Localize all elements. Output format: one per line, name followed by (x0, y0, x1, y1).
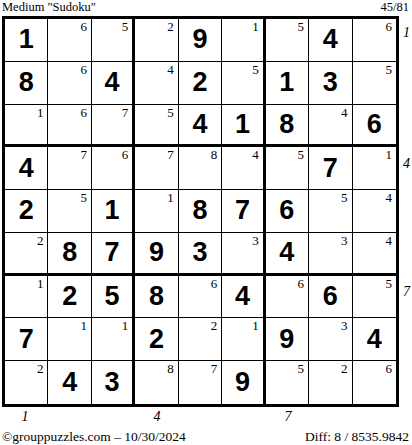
cell-r3c5[interactable]: 4 (179, 105, 222, 148)
difficulty-rating: Diff: 8 / 8535.9842 (305, 429, 409, 445)
given-digit: 8 (5, 62, 47, 104)
pencil-mark: 7 (167, 148, 174, 161)
given-digit: 2 (135, 318, 177, 360)
cell-r6c2[interactable]: 8 (48, 233, 91, 276)
cell-r6c9[interactable]: 4 (353, 233, 396, 276)
remaining-counter: 45/81 (381, 0, 409, 15)
given-digit: 7 (92, 233, 132, 273)
cell-r6c5[interactable]: 3 (179, 233, 222, 276)
cell-r9c8[interactable]: 2 (309, 361, 352, 404)
pencil-mark: 6 (385, 20, 392, 33)
pencil-mark: 2 (211, 319, 218, 332)
cell-r7c3[interactable]: 5 (92, 276, 135, 319)
cell-r2c5[interactable]: 2 (179, 62, 222, 105)
cell-r5c3[interactable]: 1 (92, 190, 135, 233)
pencil-mark: 3 (341, 319, 348, 332)
cell-r2c2[interactable]: 6 (48, 62, 91, 105)
cell-r3c7[interactable]: 8 (266, 105, 309, 148)
cell-r7c8[interactable]: 6 (309, 276, 352, 319)
cell-r4c5[interactable]: 8 (179, 147, 222, 190)
cell-r4c3[interactable]: 6 (92, 147, 135, 190)
given-digit: 1 (222, 105, 262, 145)
pencil-mark: 8 (167, 362, 174, 375)
pencil-mark: 1 (385, 148, 392, 161)
cell-r3c3[interactable]: 7 (92, 105, 135, 148)
pencil-mark: 3 (252, 234, 259, 247)
cell-r2c9[interactable]: 5 (353, 62, 396, 105)
pencil-mark: 5 (341, 191, 348, 204)
cell-r9c4[interactable]: 8 (135, 361, 178, 404)
cell-r3c9[interactable]: 6 (353, 105, 396, 148)
pencil-mark: 8 (211, 148, 218, 161)
pencil-mark: 5 (167, 106, 174, 119)
pencil-mark: 6 (385, 362, 392, 375)
cell-r9c5[interactable]: 7 (179, 361, 222, 404)
cell-r2c8[interactable]: 3 (309, 62, 352, 105)
pencil-mark: 6 (80, 106, 87, 119)
given-digit: 4 (222, 276, 262, 318)
cell-r7c5[interactable]: 6 (179, 276, 222, 319)
cell-r2c7[interactable]: 1 (266, 62, 309, 105)
pencil-mark: 6 (211, 277, 218, 290)
pencil-mark: 2 (37, 234, 44, 247)
pencil-mark: 1 (252, 20, 259, 33)
cell-r5c1[interactable]: 2 (5, 190, 48, 233)
given-digit: 9 (179, 19, 221, 61)
cell-r5c6[interactable]: 7 (222, 190, 265, 233)
cell-r4c2[interactable]: 7 (48, 147, 91, 190)
pencil-mark: 1 (122, 319, 129, 332)
cell-r5c7[interactable]: 6 (266, 190, 309, 233)
row-label-1: 1 (403, 25, 412, 41)
row-label-7: 7 (403, 284, 412, 300)
cell-r5c5[interactable]: 8 (179, 190, 222, 233)
given-digit: 2 (179, 62, 221, 104)
given-digit: 3 (92, 361, 132, 404)
col-label-4: 4 (136, 409, 178, 425)
cell-r9c9[interactable]: 6 (353, 361, 396, 404)
cell-r7c1[interactable]: 1 (5, 276, 48, 319)
pencil-mark: 1 (252, 319, 259, 332)
cell-r1c8[interactable]: 4 (309, 19, 352, 62)
cell-r4c9[interactable]: 1 (353, 147, 396, 190)
cell-r8c8[interactable]: 3 (309, 318, 352, 361)
cell-r9c1[interactable]: 2 (5, 361, 48, 404)
cell-r1c2[interactable]: 6 (48, 19, 91, 62)
col-label-7: 7 (267, 409, 309, 425)
cell-r1c1[interactable]: 1 (5, 19, 48, 62)
pencil-mark: 2 (37, 362, 44, 375)
given-digit: 8 (135, 276, 177, 318)
given-digit: 9 (222, 361, 262, 404)
given-digit: 6 (266, 190, 308, 232)
cell-r4c7[interactable]: 5 (266, 147, 309, 190)
given-digit: 8 (266, 105, 308, 145)
cell-r5c9[interactable]: 4 (353, 190, 396, 233)
given-digit: 4 (179, 105, 221, 145)
given-digit: 8 (179, 190, 221, 232)
pencil-mark: 5 (122, 20, 129, 33)
pencil-mark: 6 (122, 148, 129, 161)
cell-r8c5[interactable]: 2 (179, 318, 222, 361)
given-digit: 1 (5, 19, 47, 61)
pencil-mark: 6 (80, 20, 87, 33)
given-digit: 7 (309, 147, 351, 189)
given-digit: 4 (5, 147, 47, 189)
pencil-mark: 1 (37, 277, 44, 290)
pencil-mark: 4 (252, 148, 259, 161)
given-digit: 5 (92, 276, 132, 318)
cell-r8c2[interactable]: 1 (48, 318, 91, 361)
given-digit: 8 (48, 233, 90, 273)
given-digit: 4 (353, 318, 396, 360)
cell-r8c7[interactable]: 9 (266, 318, 309, 361)
cell-r6c8[interactable]: 3 (309, 233, 352, 276)
given-digit: 9 (135, 233, 177, 273)
cell-r6c6[interactable]: 3 (222, 233, 265, 276)
row-label-4: 4 (403, 156, 412, 172)
cell-r1c4[interactable]: 2 (135, 19, 178, 62)
cell-r4c1[interactable]: 4 (5, 147, 48, 190)
pencil-mark: 1 (37, 106, 44, 119)
cell-r6c3[interactable]: 7 (92, 233, 135, 276)
cell-r2c6[interactable]: 5 (222, 62, 265, 105)
cell-r4c6[interactable]: 4 (222, 147, 265, 190)
cell-r3c2[interactable]: 6 (48, 105, 91, 148)
cell-r8c4[interactable]: 2 (135, 318, 178, 361)
cell-r7c2[interactable]: 2 (48, 276, 91, 319)
cell-r3c1[interactable]: 1 (5, 105, 48, 148)
given-digit: 3 (179, 233, 221, 273)
pencil-mark: 5 (80, 191, 87, 204)
cell-r5c2[interactable]: 5 (48, 190, 91, 233)
pencil-mark: 1 (80, 319, 87, 332)
pencil-mark: 7 (211, 362, 218, 375)
pencil-mark: 4 (385, 234, 392, 247)
cell-r3c8[interactable]: 4 (309, 105, 352, 148)
cell-r3c6[interactable]: 1 (222, 105, 265, 148)
cell-r3c4[interactable]: 5 (135, 105, 178, 148)
copyright-credit: ©grouppuzzles.com – 10/30/2024 (2, 429, 186, 445)
col-label-1: 1 (4, 409, 46, 425)
pencil-mark: 6 (298, 277, 305, 290)
given-digit: 1 (266, 62, 308, 104)
pencil-mark: 3 (341, 234, 348, 247)
given-digit: 7 (5, 318, 47, 360)
cell-r6c4[interactable]: 9 (135, 233, 178, 276)
given-digit: 6 (309, 276, 351, 318)
given-digit: 2 (5, 190, 47, 232)
pencil-mark: 5 (252, 63, 259, 76)
cell-r7c4[interactable]: 8 (135, 276, 178, 319)
given-digit: 4 (48, 361, 90, 404)
cell-r4c4[interactable]: 7 (135, 147, 178, 190)
cell-r6c7[interactable]: 4 (266, 233, 309, 276)
pencil-mark: 5 (298, 148, 305, 161)
cell-r7c9[interactable]: 5 (353, 276, 396, 319)
cell-r7c7[interactable]: 6 (266, 276, 309, 319)
cell-r1c5[interactable]: 9 (179, 19, 222, 62)
pencil-mark: 5 (385, 277, 392, 290)
pencil-mark: 5 (298, 362, 305, 375)
given-digit: 7 (222, 190, 262, 232)
cell-r6c1[interactable]: 2 (5, 233, 48, 276)
given-digit: 2 (48, 276, 90, 318)
sudoku-page: Medium "Sudoku" 45/81 165291546864425135… (0, 0, 412, 445)
given-digit: 4 (266, 233, 308, 273)
page-title: Medium "Sudoku" (2, 0, 96, 15)
pencil-mark: 4 (385, 191, 392, 204)
cell-r9c2[interactable]: 4 (48, 361, 91, 404)
cell-r9c6[interactable]: 9 (222, 361, 265, 404)
pencil-mark: 4 (167, 63, 174, 76)
cell-r1c7[interactable]: 5 (266, 19, 309, 62)
cell-r9c3[interactable]: 3 (92, 361, 135, 404)
cell-r8c1[interactable]: 7 (5, 318, 48, 361)
given-digit: 4 (92, 62, 132, 104)
cell-r2c4[interactable]: 4 (135, 62, 178, 105)
cell-r8c6[interactable]: 1 (222, 318, 265, 361)
cell-r7c6[interactable]: 4 (222, 276, 265, 319)
cell-r4c8[interactable]: 7 (309, 147, 352, 190)
pencil-mark: 5 (385, 63, 392, 76)
cell-r2c1[interactable]: 8 (5, 62, 48, 105)
pencil-mark: 7 (122, 106, 129, 119)
given-digit: 3 (309, 62, 351, 104)
pencil-mark: 2 (341, 362, 348, 375)
pencil-mark: 7 (80, 148, 87, 161)
cell-r5c8[interactable]: 5 (309, 190, 352, 233)
pencil-mark: 6 (80, 63, 87, 76)
pencil-mark: 2 (167, 20, 174, 33)
cell-r5c4[interactable]: 1 (135, 190, 178, 233)
cell-r1c3[interactable]: 5 (92, 19, 135, 62)
given-digit: 1 (92, 190, 132, 232)
pencil-mark: 5 (298, 20, 305, 33)
cell-r8c9[interactable]: 4 (353, 318, 396, 361)
cell-r1c9[interactable]: 6 (353, 19, 396, 62)
cell-r8c3[interactable]: 1 (92, 318, 135, 361)
sudoku-board: 1652915468644251351675418464767845712511… (2, 16, 399, 407)
cell-r9c7[interactable]: 5 (266, 361, 309, 404)
pencil-mark: 1 (167, 191, 174, 204)
given-digit: 9 (266, 318, 308, 360)
cell-r1c6[interactable]: 1 (222, 19, 265, 62)
given-digit: 4 (309, 19, 351, 61)
given-digit: 6 (353, 105, 396, 145)
cell-r2c3[interactable]: 4 (92, 62, 135, 105)
pencil-mark: 4 (341, 106, 348, 119)
